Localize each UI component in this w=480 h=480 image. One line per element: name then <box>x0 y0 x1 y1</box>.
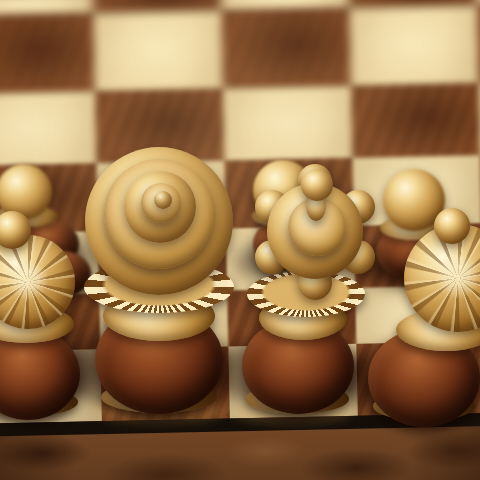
bishop-knob <box>434 208 470 244</box>
board-square <box>223 86 353 167</box>
board-square <box>351 83 480 164</box>
king-orb <box>301 169 333 201</box>
board-square <box>221 8 351 95</box>
board-square <box>349 5 479 92</box>
queen-crown-button <box>154 191 172 209</box>
chessboard-photo: ♙ ♙ ♙ ♗ ♕ <box>0 0 480 480</box>
board-square <box>93 11 223 98</box>
board-square <box>0 91 97 172</box>
board-square <box>0 13 95 100</box>
